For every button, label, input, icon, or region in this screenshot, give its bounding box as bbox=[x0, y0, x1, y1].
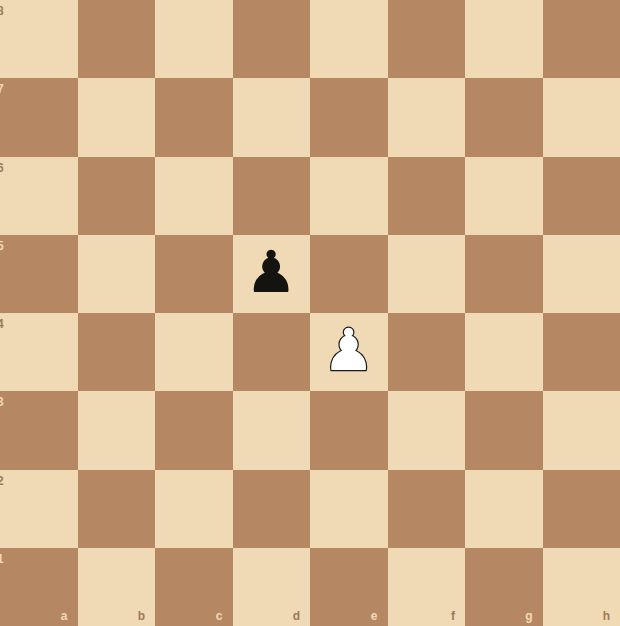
square-b8[interactable] bbox=[78, 0, 156, 78]
rank-label-6: 6 bbox=[0, 162, 4, 174]
square-c2[interactable] bbox=[155, 470, 233, 548]
square-e5[interactable] bbox=[310, 235, 388, 313]
square-f4[interactable] bbox=[388, 313, 466, 391]
square-g3[interactable] bbox=[465, 391, 543, 469]
square-g6[interactable] bbox=[465, 157, 543, 235]
rank-label-8: 8 bbox=[0, 5, 4, 17]
square-c6[interactable] bbox=[155, 157, 233, 235]
square-g1[interactable]: g bbox=[465, 548, 543, 626]
square-a6[interactable]: 6 bbox=[0, 157, 78, 235]
square-h3[interactable] bbox=[543, 391, 620, 469]
square-h4[interactable] bbox=[543, 313, 620, 391]
square-d3[interactable] bbox=[233, 391, 311, 469]
square-b2[interactable] bbox=[78, 470, 156, 548]
square-b5[interactable] bbox=[78, 235, 156, 313]
square-d2[interactable] bbox=[233, 470, 311, 548]
square-b1[interactable]: b bbox=[78, 548, 156, 626]
file-label-b: b bbox=[138, 610, 145, 622]
square-a3[interactable]: 3 bbox=[0, 391, 78, 469]
square-g8[interactable] bbox=[465, 0, 543, 78]
square-a2[interactable]: 2 bbox=[0, 470, 78, 548]
square-d8[interactable] bbox=[233, 0, 311, 78]
square-f5[interactable] bbox=[388, 235, 466, 313]
square-f6[interactable] bbox=[388, 157, 466, 235]
square-g2[interactable] bbox=[465, 470, 543, 548]
square-e2[interactable] bbox=[310, 470, 388, 548]
file-label-f: f bbox=[451, 610, 455, 622]
square-g7[interactable] bbox=[465, 78, 543, 156]
square-d5[interactable]: ♟ bbox=[233, 235, 311, 313]
square-b4[interactable] bbox=[78, 313, 156, 391]
square-c1[interactable]: c bbox=[155, 548, 233, 626]
square-h7[interactable] bbox=[543, 78, 620, 156]
square-f7[interactable] bbox=[388, 78, 466, 156]
square-a1[interactable]: 1a bbox=[0, 548, 78, 626]
square-e8[interactable] bbox=[310, 0, 388, 78]
square-e3[interactable] bbox=[310, 391, 388, 469]
square-d1[interactable]: d bbox=[233, 548, 311, 626]
file-label-h: h bbox=[603, 610, 610, 622]
rank-label-4: 4 bbox=[0, 318, 4, 330]
file-label-a: a bbox=[61, 610, 68, 622]
square-g5[interactable] bbox=[465, 235, 543, 313]
square-a4[interactable]: 4 bbox=[0, 313, 78, 391]
square-h8[interactable] bbox=[543, 0, 620, 78]
square-f8[interactable] bbox=[388, 0, 466, 78]
square-e6[interactable] bbox=[310, 157, 388, 235]
rank-label-3: 3 bbox=[0, 396, 4, 408]
square-e7[interactable] bbox=[310, 78, 388, 156]
square-e4[interactable]: ♟ bbox=[310, 313, 388, 391]
square-f2[interactable] bbox=[388, 470, 466, 548]
square-a5[interactable]: 5 bbox=[0, 235, 78, 313]
square-h6[interactable] bbox=[543, 157, 620, 235]
square-g4[interactable] bbox=[465, 313, 543, 391]
square-d6[interactable] bbox=[233, 157, 311, 235]
square-d4[interactable] bbox=[233, 313, 311, 391]
square-b7[interactable] bbox=[78, 78, 156, 156]
black-pawn-d5[interactable]: ♟ bbox=[233, 235, 311, 313]
square-a8[interactable]: 8 bbox=[0, 0, 78, 78]
square-e1[interactable]: e bbox=[310, 548, 388, 626]
file-label-d: d bbox=[293, 610, 300, 622]
rank-label-7: 7 bbox=[0, 83, 4, 95]
rank-label-5: 5 bbox=[0, 240, 4, 252]
white-pawn-e4[interactable]: ♟ bbox=[310, 313, 388, 391]
square-h5[interactable] bbox=[543, 235, 620, 313]
square-h2[interactable] bbox=[543, 470, 620, 548]
square-h1[interactable]: h bbox=[543, 548, 620, 626]
square-f3[interactable] bbox=[388, 391, 466, 469]
square-f1[interactable]: f bbox=[388, 548, 466, 626]
file-label-c: c bbox=[216, 610, 223, 622]
square-c4[interactable] bbox=[155, 313, 233, 391]
square-d7[interactable] bbox=[233, 78, 311, 156]
square-c5[interactable] bbox=[155, 235, 233, 313]
square-b6[interactable] bbox=[78, 157, 156, 235]
file-label-e: e bbox=[371, 610, 378, 622]
square-c3[interactable] bbox=[155, 391, 233, 469]
chess-board: 8765♟4♟321abcdefgh bbox=[0, 0, 620, 626]
file-label-g: g bbox=[525, 610, 532, 622]
square-a7[interactable]: 7 bbox=[0, 78, 78, 156]
square-c8[interactable] bbox=[155, 0, 233, 78]
square-c7[interactable] bbox=[155, 78, 233, 156]
square-b3[interactable] bbox=[78, 391, 156, 469]
rank-label-2: 2 bbox=[0, 475, 4, 487]
rank-label-1: 1 bbox=[0, 553, 4, 565]
